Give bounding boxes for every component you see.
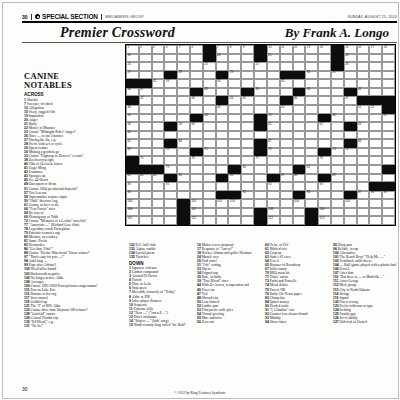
grid-cell[interactable]	[254, 199, 267, 208]
grid-cell[interactable]: 49	[216, 105, 229, 114]
grid-cell[interactable]	[241, 54, 254, 63]
grid-cell[interactable]	[369, 54, 382, 63]
grid-cell[interactable]	[216, 208, 229, 217]
grid-cell[interactable]: 6	[190, 45, 203, 54]
grid-cell[interactable]	[369, 216, 382, 225]
grid-cell[interactable]	[216, 182, 229, 191]
grid-cell[interactable]: 84	[152, 174, 165, 183]
grid-cell[interactable]: 99	[382, 191, 395, 200]
grid-cell[interactable]	[254, 191, 267, 200]
grid-cell[interactable]	[280, 139, 293, 148]
grid-cell[interactable]	[228, 182, 241, 191]
grid-cell[interactable]	[382, 156, 395, 165]
grid-cell[interactable]	[267, 131, 280, 140]
grid-cell[interactable]	[293, 156, 306, 165]
grid-cell[interactable]	[344, 165, 357, 174]
grid-cell[interactable]: 75	[139, 156, 152, 165]
grid-cell[interactable]	[241, 174, 254, 183]
grid-cell[interactable]	[190, 191, 203, 200]
grid-cell[interactable]: 64	[126, 131, 139, 140]
grid-cell[interactable]	[293, 182, 306, 191]
grid-cell[interactable]: 20	[216, 54, 229, 63]
grid-cell[interactable]	[357, 208, 370, 217]
grid-cell[interactable]: 12	[293, 45, 306, 54]
grid-cell[interactable]	[190, 54, 203, 63]
grid-cell[interactable]	[139, 216, 152, 225]
grid-cell[interactable]	[152, 114, 165, 123]
grid-cell[interactable]	[267, 191, 280, 200]
grid-cell[interactable]	[293, 131, 306, 140]
grid-cell[interactable]	[152, 148, 165, 157]
grid-cell[interactable]	[152, 208, 165, 217]
grid-cell[interactable]: 113	[318, 216, 331, 225]
grid-cell[interactable]: 31	[331, 71, 344, 80]
grid-cell[interactable]	[164, 131, 177, 140]
grid-cell[interactable]	[382, 88, 395, 97]
grid-cell[interactable]	[152, 54, 165, 63]
grid-cell[interactable]	[382, 208, 395, 217]
grid-cell[interactable]: 40	[305, 88, 318, 97]
grid-cell[interactable]	[357, 54, 370, 63]
grid-cell[interactable]: 33	[164, 79, 177, 88]
grid-cell[interactable]	[241, 131, 254, 140]
grid-cell[interactable]	[164, 96, 177, 105]
grid-cell[interactable]	[139, 191, 152, 200]
grid-cell[interactable]: 14	[318, 45, 331, 54]
grid-cell[interactable]: 62	[318, 122, 331, 131]
grid-cell[interactable]	[293, 54, 306, 63]
grid-cell[interactable]	[241, 79, 254, 88]
grid-cell[interactable]	[254, 96, 267, 105]
grid-cell[interactable]	[177, 105, 190, 114]
grid-cell[interactable]	[318, 88, 331, 97]
grid-cell[interactable]	[254, 105, 267, 114]
grid-cell[interactable]	[203, 156, 216, 165]
grid-cell[interactable]: 95	[241, 191, 254, 200]
grid-cell[interactable]: 79	[164, 165, 177, 174]
grid-cell[interactable]	[357, 114, 370, 123]
grid-cell[interactable]: 72	[267, 148, 280, 157]
grid-cell[interactable]	[305, 114, 318, 123]
grid-cell[interactable]	[331, 182, 344, 191]
grid-cell[interactable]	[177, 131, 190, 140]
grid-cell[interactable]: 85	[177, 174, 190, 183]
grid-cell[interactable]	[280, 88, 293, 97]
grid-cell[interactable]	[369, 79, 382, 88]
grid-cell[interactable]	[382, 148, 395, 157]
grid-cell[interactable]	[164, 216, 177, 225]
grid-cell[interactable]	[139, 139, 152, 148]
grid-cell[interactable]	[369, 199, 382, 208]
grid-cell[interactable]: 92	[267, 182, 280, 191]
grid-cell[interactable]: 103	[228, 199, 241, 208]
grid-cell[interactable]	[139, 122, 152, 131]
grid-cell[interactable]	[177, 54, 190, 63]
grid-cell[interactable]: 105	[344, 199, 357, 208]
grid-cell[interactable]: 42	[139, 96, 152, 105]
grid-cell[interactable]	[382, 79, 395, 88]
grid-cell[interactable]: 43	[190, 96, 203, 105]
grid-cell[interactable]	[382, 62, 395, 71]
grid-cell[interactable]	[190, 79, 203, 88]
grid-cell[interactable]: 52	[369, 105, 382, 114]
grid-cell[interactable]	[190, 62, 203, 71]
grid-cell[interactable]	[267, 62, 280, 71]
grid-cell[interactable]: 69	[126, 148, 139, 157]
grid-cell[interactable]: 22	[344, 54, 357, 63]
grid-cell[interactable]	[369, 114, 382, 123]
grid-cell[interactable]	[267, 156, 280, 165]
grid-cell[interactable]	[331, 191, 344, 200]
grid-cell[interactable]: 96	[305, 191, 318, 200]
grid-cell[interactable]: 19	[126, 54, 139, 63]
grid-cell[interactable]	[203, 182, 216, 191]
grid-cell[interactable]: 18	[382, 45, 395, 54]
grid-cell[interactable]	[241, 208, 254, 217]
grid-cell[interactable]: 66	[177, 139, 190, 148]
grid-cell[interactable]	[164, 156, 177, 165]
grid-cell[interactable]	[216, 216, 229, 225]
grid-cell[interactable]: 46	[293, 96, 306, 105]
grid-cell[interactable]	[331, 208, 344, 217]
grid-cell[interactable]: 55	[267, 114, 280, 123]
grid-cell[interactable]	[241, 199, 254, 208]
grid-cell[interactable]	[190, 182, 203, 191]
grid-cell[interactable]: 30	[305, 71, 318, 80]
grid-cell[interactable]: 2	[139, 45, 152, 54]
grid-cell[interactable]	[177, 88, 190, 97]
grid-cell[interactable]	[344, 208, 357, 217]
grid-cell[interactable]	[357, 199, 370, 208]
grid-cell[interactable]	[369, 139, 382, 148]
grid-cell[interactable]	[228, 131, 241, 140]
grid-cell[interactable]	[228, 54, 241, 63]
grid-cell[interactable]	[280, 148, 293, 157]
grid-cell[interactable]: 112	[267, 216, 280, 225]
grid-cell[interactable]	[369, 88, 382, 97]
grid-cell[interactable]: 39	[254, 88, 267, 97]
grid-cell[interactable]	[190, 139, 203, 148]
grid-cell[interactable]	[177, 96, 190, 105]
grid-cell[interactable]	[152, 182, 165, 191]
grid-cell[interactable]	[228, 216, 241, 225]
grid-cell[interactable]	[280, 114, 293, 123]
grid-cell[interactable]	[344, 71, 357, 80]
grid-cell[interactable]	[203, 191, 216, 200]
grid-cell[interactable]	[152, 62, 165, 71]
grid-cell[interactable]	[139, 208, 152, 217]
grid-cell[interactable]	[228, 105, 241, 114]
grid-cell[interactable]	[254, 182, 267, 191]
grid-cell[interactable]	[139, 131, 152, 140]
grid-cell[interactable]	[241, 156, 254, 165]
grid-cell[interactable]	[293, 139, 306, 148]
grid-cell[interactable]	[164, 114, 177, 123]
grid-cell[interactable]: 57	[382, 114, 395, 123]
grid-cell[interactable]: 88	[293, 174, 306, 183]
grid-cell[interactable]	[293, 122, 306, 131]
grid-cell[interactable]: 5	[177, 45, 190, 54]
grid-cell[interactable]	[331, 122, 344, 131]
grid-cell[interactable]	[216, 122, 229, 131]
grid-cell[interactable]	[305, 122, 318, 131]
grid-cell[interactable]	[241, 139, 254, 148]
grid-cell[interactable]	[190, 105, 203, 114]
grid-cell[interactable]: 32	[152, 79, 165, 88]
grid-cell[interactable]: 16	[357, 45, 370, 54]
grid-cell[interactable]	[318, 165, 331, 174]
grid-cell[interactable]	[267, 88, 280, 97]
grid-cell[interactable]	[203, 165, 216, 174]
grid-cell[interactable]: 36	[126, 88, 139, 97]
grid-cell[interactable]	[254, 131, 267, 140]
grid-cell[interactable]	[318, 191, 331, 200]
grid-cell[interactable]	[177, 79, 190, 88]
grid-cell[interactable]: 54	[203, 114, 216, 123]
grid-cell[interactable]	[177, 114, 190, 123]
grid-cell[interactable]	[228, 156, 241, 165]
grid-cell[interactable]	[190, 131, 203, 140]
grid-cell[interactable]	[331, 199, 344, 208]
grid-cell[interactable]	[216, 156, 229, 165]
grid-cell[interactable]	[280, 199, 293, 208]
grid-cell[interactable]: 53	[126, 114, 139, 123]
grid-cell[interactable]	[293, 208, 306, 217]
grid-cell[interactable]	[305, 139, 318, 148]
grid-cell[interactable]	[344, 131, 357, 140]
grid-cell[interactable]	[344, 182, 357, 191]
grid-cell[interactable]	[190, 174, 203, 183]
grid-cell[interactable]: 102	[216, 199, 229, 208]
grid-cell[interactable]: 41	[357, 88, 370, 97]
grid-cell[interactable]	[139, 54, 152, 63]
grid-cell[interactable]	[357, 148, 370, 157]
grid-cell[interactable]	[369, 208, 382, 217]
grid-cell[interactable]: 111	[190, 216, 203, 225]
grid-cell[interactable]	[382, 174, 395, 183]
grid-cell[interactable]	[177, 182, 190, 191]
grid-cell[interactable]: 77	[254, 156, 267, 165]
grid-cell[interactable]: 25	[254, 62, 267, 71]
grid-cell[interactable]	[152, 71, 165, 80]
grid-cell[interactable]	[203, 216, 216, 225]
grid-cell[interactable]: 63	[357, 122, 370, 131]
grid-cell[interactable]: 60	[190, 122, 203, 131]
grid-cell[interactable]	[203, 174, 216, 183]
grid-cell[interactable]	[139, 182, 152, 191]
grid-cell[interactable]	[216, 114, 229, 123]
grid-cell[interactable]	[382, 139, 395, 148]
grid-cell[interactable]: 45	[241, 96, 254, 105]
grid-cell[interactable]: 89	[331, 174, 344, 183]
grid-cell[interactable]	[267, 71, 280, 80]
grid-cell[interactable]: 35	[280, 79, 293, 88]
grid-cell[interactable]	[203, 96, 216, 105]
grid-cell[interactable]: 71	[203, 148, 216, 157]
grid-cell[interactable]	[357, 62, 370, 71]
grid-cell[interactable]	[318, 71, 331, 80]
grid-cell[interactable]	[318, 131, 331, 140]
grid-cell[interactable]	[228, 122, 241, 131]
grid-cell[interactable]	[216, 165, 229, 174]
grid-cell[interactable]	[382, 199, 395, 208]
grid-cell[interactable]: 98	[369, 191, 382, 200]
grid-cell[interactable]	[293, 79, 306, 88]
grid-cell[interactable]	[369, 165, 382, 174]
grid-cell[interactable]	[318, 105, 331, 114]
grid-cell[interactable]	[280, 156, 293, 165]
grid-cell[interactable]	[305, 54, 318, 63]
grid-cell[interactable]	[369, 71, 382, 80]
grid-cell[interactable]	[241, 114, 254, 123]
grid-cell[interactable]	[241, 148, 254, 157]
grid-cell[interactable]	[152, 216, 165, 225]
grid-cell[interactable]: 76	[190, 156, 203, 165]
grid-cell[interactable]	[267, 165, 280, 174]
grid-cell[interactable]: 73	[331, 148, 344, 157]
grid-cell[interactable]	[357, 71, 370, 80]
grid-cell[interactable]: 91	[164, 182, 177, 191]
grid-cell[interactable]	[344, 156, 357, 165]
grid-cell[interactable]: 81	[305, 165, 318, 174]
grid-cell[interactable]: 27	[126, 71, 139, 80]
grid-cell[interactable]	[267, 79, 280, 88]
grid-cell[interactable]	[305, 199, 318, 208]
grid-cell[interactable]	[344, 79, 357, 88]
grid-cell[interactable]: 9	[241, 45, 254, 54]
grid-cell[interactable]: 28	[177, 71, 190, 80]
grid-cell[interactable]: 11	[280, 45, 293, 54]
grid-cell[interactable]	[382, 71, 395, 80]
grid-cell[interactable]	[228, 79, 241, 88]
grid-cell[interactable]	[241, 62, 254, 71]
grid-cell[interactable]	[369, 174, 382, 183]
grid-cell[interactable]	[344, 114, 357, 123]
grid-cell[interactable]: 59	[177, 122, 190, 131]
grid-cell[interactable]	[228, 148, 241, 157]
grid-cell[interactable]	[164, 88, 177, 97]
grid-cell[interactable]	[203, 208, 216, 217]
grid-cell[interactable]	[177, 191, 190, 200]
grid-cell[interactable]	[228, 139, 241, 148]
grid-cell[interactable]	[318, 62, 331, 71]
grid-cell[interactable]	[267, 96, 280, 105]
grid-cell[interactable]: 61	[267, 122, 280, 131]
grid-cell[interactable]	[139, 62, 152, 71]
grid-cell[interactable]	[216, 62, 229, 71]
grid-cell[interactable]	[152, 139, 165, 148]
grid-cell[interactable]	[293, 62, 306, 71]
grid-cell[interactable]	[228, 208, 241, 217]
grid-cell[interactable]	[254, 71, 267, 80]
grid-cell[interactable]: 38	[203, 88, 216, 97]
grid-cell[interactable]	[344, 105, 357, 114]
grid-cell[interactable]	[369, 62, 382, 71]
grid-cell[interactable]	[382, 122, 395, 131]
grid-cell[interactable]	[357, 165, 370, 174]
grid-cell[interactable]: 80	[241, 165, 254, 174]
grid-cell[interactable]	[203, 199, 216, 208]
grid-cell[interactable]	[382, 216, 395, 225]
grid-cell[interactable]	[164, 62, 177, 71]
grid-cell[interactable]	[216, 148, 229, 157]
grid-cell[interactable]	[139, 114, 152, 123]
grid-cell[interactable]	[164, 105, 177, 114]
grid-cell[interactable]	[139, 71, 152, 80]
grid-cell[interactable]	[357, 216, 370, 225]
grid-cell[interactable]	[280, 191, 293, 200]
grid-cell[interactable]	[293, 148, 306, 157]
grid-cell[interactable]	[293, 105, 306, 114]
grid-cell[interactable]: 70	[164, 148, 177, 157]
grid-cell[interactable]: 17	[369, 45, 382, 54]
grid-cell[interactable]	[280, 216, 293, 225]
grid-cell[interactable]	[241, 122, 254, 131]
grid-cell[interactable]	[331, 131, 344, 140]
grid-cell[interactable]	[152, 131, 165, 140]
grid-cell[interactable]: 93	[318, 182, 331, 191]
grid-cell[interactable]	[369, 148, 382, 157]
grid-cell[interactable]: 82	[126, 174, 139, 183]
grid-cell[interactable]	[293, 216, 306, 225]
grid-cell[interactable]	[152, 156, 165, 165]
grid-cell[interactable]	[357, 156, 370, 165]
grid-cell[interactable]	[139, 105, 152, 114]
grid-cell[interactable]	[152, 191, 165, 200]
grid-cell[interactable]	[331, 216, 344, 225]
grid-cell[interactable]	[190, 71, 203, 80]
grid-cell[interactable]	[382, 54, 395, 63]
grid-cell[interactable]: 47	[344, 96, 357, 105]
grid-cell[interactable]	[228, 114, 241, 123]
grid-cell[interactable]: 21	[267, 54, 280, 63]
grid-cell[interactable]	[280, 54, 293, 63]
grid-cell[interactable]: 44	[228, 96, 241, 105]
grid-cell[interactable]	[344, 174, 357, 183]
grid-cell[interactable]	[241, 71, 254, 80]
grid-cell[interactable]	[344, 216, 357, 225]
grid-cell[interactable]	[331, 96, 344, 105]
grid-cell[interactable]: 68	[357, 139, 370, 148]
grid-cell[interactable]	[152, 122, 165, 131]
grid-cell[interactable]	[216, 131, 229, 140]
grid-cell[interactable]	[305, 131, 318, 140]
grid-cell[interactable]	[177, 148, 190, 157]
grid-cell[interactable]	[164, 199, 177, 208]
grid-cell[interactable]: 50	[280, 105, 293, 114]
grid-cell[interactable]	[318, 79, 331, 88]
grid-cell[interactable]: 51	[357, 105, 370, 114]
grid-cell[interactable]	[203, 131, 216, 140]
grid-cell[interactable]	[203, 71, 216, 80]
grid-cell[interactable]	[216, 88, 229, 97]
grid-cell[interactable]: 26	[344, 62, 357, 71]
grid-cell[interactable]	[280, 131, 293, 140]
grid-cell[interactable]	[305, 174, 318, 183]
grid-cell[interactable]: 104	[293, 199, 306, 208]
grid-cell[interactable]	[254, 174, 267, 183]
grid-cell[interactable]	[177, 156, 190, 165]
grid-cell[interactable]	[241, 105, 254, 114]
grid-cell[interactable]	[280, 208, 293, 217]
grid-cell[interactable]	[190, 165, 203, 174]
grid-cell[interactable]	[241, 216, 254, 225]
grid-cell[interactable]	[305, 156, 318, 165]
grid-cell[interactable]	[293, 114, 306, 123]
grid-cell[interactable]: 3	[152, 45, 165, 54]
grid-cell[interactable]: 74	[344, 148, 357, 157]
grid-cell[interactable]	[254, 165, 267, 174]
